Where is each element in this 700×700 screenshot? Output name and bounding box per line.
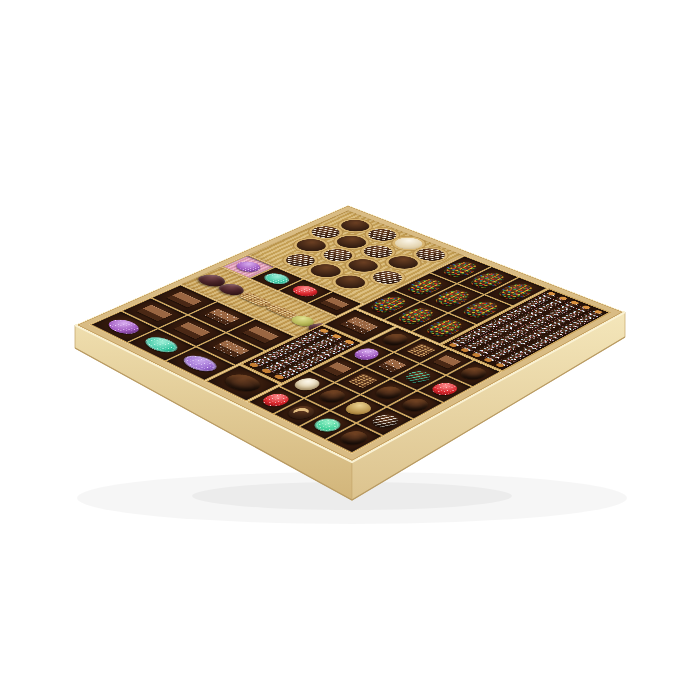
chocolate-truffle-drizzle [367,269,408,287]
chocolate-fudge-sparkle [204,309,240,326]
chocolate-nut-square [347,373,378,388]
chocolate-teal-drizzle [401,369,435,386]
chocolate-fudge [433,355,461,369]
chocolate-cluster [336,429,372,447]
chocolate-truffle-cluster [330,273,371,291]
chocolate-fudge-sparkle [378,359,406,373]
chocolate-cluster [398,396,433,413]
chocolate-cluster [372,384,406,401]
chocolate-fudge [137,305,173,321]
chocolate-fudge-sparkle [212,340,249,358]
chocolate-red-foil [288,283,322,298]
chocolate-red-foil [428,381,462,398]
chocolate-fudge [320,297,349,310]
chocolate-teal-coin [259,271,293,286]
chocolate-purple-sparkle [103,317,145,337]
chocolate-cluster [457,365,491,381]
chocolate-nut-square [406,343,436,357]
chocolate-cluster [220,372,266,395]
chocolate-fudge-sparkle [340,317,379,335]
chocolate-purple-sparkle [232,259,265,274]
chocolate-fudge [242,326,279,343]
product-photo-chocolate-gift-box [0,0,700,700]
chocolate-fudge [174,322,210,339]
chocolate-fudge [323,362,351,376]
chocolate-teal-coin [139,334,183,355]
chocolate-white-drizzle [368,412,403,430]
chocolate-fudge [167,292,202,308]
